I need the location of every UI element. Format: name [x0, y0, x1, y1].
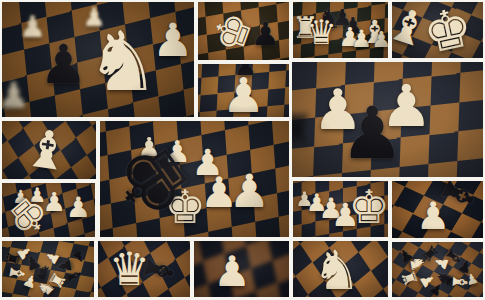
white-pawn-piece: ♟	[464, 271, 480, 288]
white-pawn-piece: ♟	[66, 194, 91, 222]
white-pawn-piece: ♟	[213, 251, 251, 293]
black-pawn-piece: ♟	[251, 18, 280, 50]
white-pawn-piece: ♟	[371, 29, 388, 51]
white-pawn-piece: ♟	[152, 17, 193, 63]
collage-tile-fallen-white-king-black-pawn: ♚♟	[198, 2, 289, 60]
collage-tile-captured-pieces-pile: ♜♟♝♟♞♟♜♟♟♝♞♟	[2, 241, 94, 297]
collage-tile-white-queen-fallen-black-bishop: ♝♛	[98, 241, 190, 297]
black-pawn-piece: ♟	[39, 38, 87, 92]
collage-tile-overhead-white-piece: ♝	[2, 121, 96, 179]
white-pawn-piece: ♟	[2, 78, 30, 114]
collage-tile-fallen-white-king-with-pawns: ♟♟♟♟♚	[2, 183, 95, 237]
collage-tile-mixed-piece-cluster: ♜♞♟♛♟♟♟♝♟	[293, 2, 388, 58]
chess-photo-collage: ♟♟♟♞♟♟♚♟♜♞♟♛♟♟♟♝♟♝♚♟♟♜♟♟♟♝♟♟♟♟♚♟♚♟♟♟♟♚♟♟…	[0, 0, 485, 300]
collage-tile-pawn-row-leading-to-white-king: ♟♟♟♟♚	[293, 181, 388, 237]
white-king-piece: ♚	[348, 184, 388, 230]
collage-tile-white-pawn-behind-black-piece: ♟♟	[198, 64, 289, 117]
white-knight-piece: ♞	[86, 21, 160, 103]
white-knight-piece: ♞	[312, 244, 360, 297]
collage-tile-pieces-pile-overhead: ♟♞♜♟♝♟♜♟♞♝♟♟	[392, 242, 483, 297]
white-queen-piece: ♛	[306, 15, 336, 49]
black-rook-piece: ♜	[292, 109, 314, 149]
collage-tile-white-knight-closeup: ♞	[293, 241, 388, 297]
collage-tile-black-pawn-with-two-white-pawns: ♜♟♟♟	[292, 62, 483, 177]
collage-tile-white-pawn-fallen-black-bishop: ♝♟	[392, 181, 483, 238]
collage-tile-white-pawn-on-blurry-board: ♟	[194, 241, 289, 297]
black-pawn-piece: ♟	[340, 97, 405, 169]
white-pawn-piece: ♟	[416, 197, 450, 235]
white-queen-piece: ♛	[109, 246, 150, 292]
collage-tile-fallen-black-king-scene: ♟♟♟♟♚♟♚	[100, 121, 289, 237]
collage-tile-black-pawn-vs-white-knight: ♟♟♟♞♟♟	[2, 2, 194, 117]
white-bishop-piece: ♝	[20, 121, 73, 179]
collage-tile-two-white-pieces-overhead: ♝♚	[392, 2, 483, 58]
white-pawn-piece: ♟	[222, 71, 265, 117]
